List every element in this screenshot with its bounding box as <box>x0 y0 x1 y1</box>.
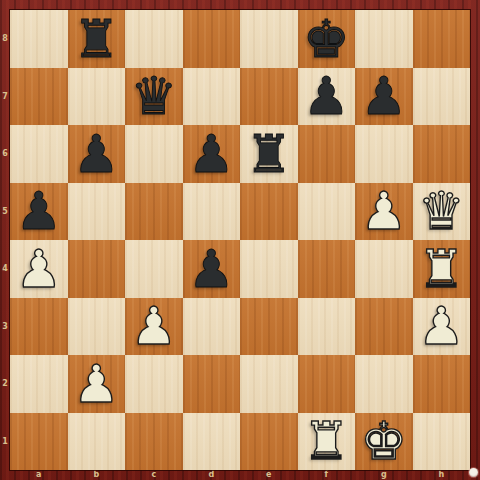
square-e6[interactable]: ♜ <box>240 125 298 183</box>
piece-black-pawn[interactable]: ♟ <box>73 128 120 180</box>
piece-black-queen[interactable]: ♛ <box>130 70 177 122</box>
rank-label-5: 5 <box>0 183 10 241</box>
square-e8[interactable] <box>240 10 298 68</box>
square-d4[interactable]: ♟ <box>183 240 241 298</box>
square-d1[interactable] <box>183 413 241 471</box>
square-h5[interactable]: ♛ <box>413 183 471 241</box>
square-a6[interactable] <box>10 125 68 183</box>
white-to-move-indicator <box>469 468 478 477</box>
piece-black-pawn[interactable]: ♟ <box>303 70 350 122</box>
square-a3[interactable] <box>10 298 68 356</box>
square-g4[interactable] <box>355 240 413 298</box>
square-a2[interactable] <box>10 355 68 413</box>
square-a1[interactable] <box>10 413 68 471</box>
square-g3[interactable] <box>355 298 413 356</box>
piece-black-pawn[interactable]: ♟ <box>15 185 62 237</box>
square-h7[interactable] <box>413 68 471 126</box>
square-b7[interactable] <box>68 68 126 126</box>
square-c8[interactable] <box>125 10 183 68</box>
square-c5[interactable] <box>125 183 183 241</box>
piece-white-rook[interactable]: ♜ <box>303 415 350 467</box>
square-b1[interactable] <box>68 413 126 471</box>
rank-label-6: 6 <box>0 125 10 183</box>
square-d5[interactable] <box>183 183 241 241</box>
square-f5[interactable] <box>298 183 356 241</box>
square-f8[interactable]: ♚ <box>298 10 356 68</box>
square-f7[interactable]: ♟ <box>298 68 356 126</box>
square-c4[interactable] <box>125 240 183 298</box>
square-d3[interactable] <box>183 298 241 356</box>
square-b8[interactable]: ♜ <box>68 10 126 68</box>
square-a5[interactable]: ♟ <box>10 183 68 241</box>
square-e1[interactable] <box>240 413 298 471</box>
square-d6[interactable]: ♟ <box>183 125 241 183</box>
square-a4[interactable]: ♟ <box>10 240 68 298</box>
square-b5[interactable] <box>68 183 126 241</box>
square-c2[interactable] <box>125 355 183 413</box>
piece-black-rook[interactable]: ♜ <box>245 128 292 180</box>
square-e2[interactable] <box>240 355 298 413</box>
square-c1[interactable] <box>125 413 183 471</box>
square-g7[interactable]: ♟ <box>355 68 413 126</box>
square-b6[interactable]: ♟ <box>68 125 126 183</box>
piece-white-rook[interactable]: ♜ <box>418 243 465 295</box>
square-h4[interactable]: ♜ <box>413 240 471 298</box>
square-h8[interactable] <box>413 10 471 68</box>
square-a8[interactable] <box>10 10 68 68</box>
rank-labels: 87654321 <box>0 10 10 470</box>
square-c3[interactable]: ♟ <box>125 298 183 356</box>
square-b3[interactable] <box>68 298 126 356</box>
square-f6[interactable] <box>298 125 356 183</box>
square-f2[interactable] <box>298 355 356 413</box>
rank-label-3: 3 <box>0 298 10 356</box>
piece-white-queen[interactable]: ♛ <box>418 185 465 237</box>
rank-label-7: 7 <box>0 68 10 126</box>
piece-white-pawn[interactable]: ♟ <box>360 185 407 237</box>
piece-white-pawn[interactable]: ♟ <box>73 358 120 410</box>
square-g8[interactable] <box>355 10 413 68</box>
square-b2[interactable]: ♟ <box>68 355 126 413</box>
square-g2[interactable] <box>355 355 413 413</box>
rank-label-1: 1 <box>0 413 10 471</box>
square-h3[interactable]: ♟ <box>413 298 471 356</box>
rank-label-4: 4 <box>0 240 10 298</box>
chess-board: ♜♚♛♟♟♟♟♜♟♟♛♟♟♜♟♟♟♜♚ <box>10 10 470 470</box>
square-e5[interactable] <box>240 183 298 241</box>
square-f3[interactable] <box>298 298 356 356</box>
square-d2[interactable] <box>183 355 241 413</box>
piece-white-pawn[interactable]: ♟ <box>130 300 177 352</box>
square-e3[interactable] <box>240 298 298 356</box>
piece-black-pawn[interactable]: ♟ <box>360 70 407 122</box>
square-b4[interactable] <box>68 240 126 298</box>
square-h6[interactable] <box>413 125 471 183</box>
square-f1[interactable]: ♜ <box>298 413 356 471</box>
square-d8[interactable] <box>183 10 241 68</box>
square-g5[interactable]: ♟ <box>355 183 413 241</box>
square-g1[interactable]: ♚ <box>355 413 413 471</box>
rank-label-2: 2 <box>0 355 10 413</box>
rank-label-8: 8 <box>0 10 10 68</box>
square-c7[interactable]: ♛ <box>125 68 183 126</box>
chess-board-frame: 87654321 abcdefgh ♜♚♛♟♟♟♟♜♟♟♛♟♟♜♟♟♟♜♚ <box>0 0 480 480</box>
piece-white-pawn[interactable]: ♟ <box>418 300 465 352</box>
square-c6[interactable] <box>125 125 183 183</box>
piece-black-king[interactable]: ♚ <box>303 13 350 65</box>
piece-white-king[interactable]: ♚ <box>360 415 407 467</box>
piece-black-rook[interactable]: ♜ <box>73 13 120 65</box>
square-e4[interactable] <box>240 240 298 298</box>
square-e7[interactable] <box>240 68 298 126</box>
square-h2[interactable] <box>413 355 471 413</box>
square-d7[interactable] <box>183 68 241 126</box>
piece-black-pawn[interactable]: ♟ <box>188 243 235 295</box>
square-f4[interactable] <box>298 240 356 298</box>
piece-black-pawn[interactable]: ♟ <box>188 128 235 180</box>
piece-white-pawn[interactable]: ♟ <box>15 243 62 295</box>
square-a7[interactable] <box>10 68 68 126</box>
square-g6[interactable] <box>355 125 413 183</box>
square-h1[interactable] <box>413 413 471 471</box>
